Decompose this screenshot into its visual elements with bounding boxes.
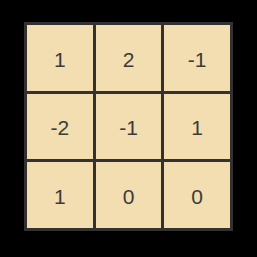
board-grid: 1 2 -1 -2 -1 1 1 0 0 xyxy=(24,22,233,231)
cell-r2c3[interactable]: 1 xyxy=(164,94,230,160)
cell-r1c1[interactable]: 1 xyxy=(27,25,93,91)
cell-r3c3[interactable]: 0 xyxy=(164,162,230,228)
cell-r1c3[interactable]: -1 xyxy=(164,25,230,91)
cell-r3c1[interactable]: 1 xyxy=(27,162,93,228)
cell-r2c2[interactable]: -1 xyxy=(96,94,162,160)
cell-r3c2[interactable]: 0 xyxy=(96,162,162,228)
cell-r1c2[interactable]: 2 xyxy=(96,25,162,91)
cell-r2c1[interactable]: -2 xyxy=(27,94,93,160)
